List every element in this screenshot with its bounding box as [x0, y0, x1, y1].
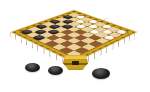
square-r3c2[interactable] [61, 24, 74, 29]
loose-checker-black-1[interactable] [25, 63, 40, 72]
checker-white[interactable] [88, 30, 100, 35]
square-r6c1[interactable] [34, 29, 47, 34]
square-r1c6[interactable] [101, 29, 114, 34]
checker-white[interactable] [88, 24, 100, 29]
loose-checker-black-3[interactable] [92, 68, 110, 79]
checker-black[interactable] [21, 30, 33, 35]
square-r7c2[interactable] [32, 35, 46, 41]
loose-checker-black-2[interactable] [48, 66, 63, 75]
board-latch-clasp [63, 55, 88, 70]
product-photo-stage [0, 0, 150, 92]
